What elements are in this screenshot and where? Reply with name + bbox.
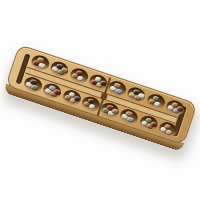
pit-bottom-8[interactable]	[157, 120, 179, 139]
photo-background	[0, 0, 200, 200]
pit-grid	[21, 52, 187, 141]
pit-top-8[interactable]	[164, 98, 186, 117]
stone-white	[153, 101, 161, 108]
mancala-board	[2, 44, 197, 154]
stone-white	[76, 75, 84, 82]
stone-tan	[165, 129, 173, 136]
stone-white	[88, 103, 96, 110]
